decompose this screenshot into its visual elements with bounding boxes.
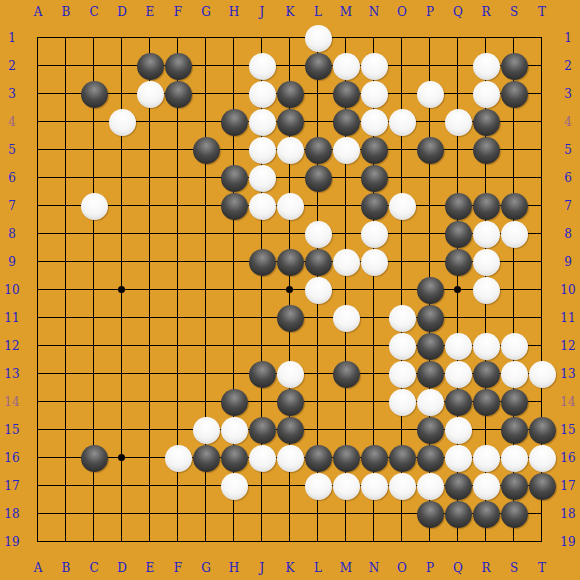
intersection-N10[interactable] (360, 276, 388, 304)
intersection-M13[interactable] (332, 360, 360, 388)
intersection-H6[interactable] (220, 164, 248, 192)
intersection-K15[interactable] (276, 416, 304, 444)
intersection-R16[interactable] (472, 444, 500, 472)
intersection-B17[interactable] (52, 472, 80, 500)
intersection-P16[interactable] (416, 444, 444, 472)
intersection-J1[interactable] (248, 24, 276, 52)
intersection-K12[interactable] (276, 332, 304, 360)
intersection-J10[interactable] (248, 276, 276, 304)
intersection-K16[interactable] (276, 444, 304, 472)
intersection-C3[interactable] (80, 80, 108, 108)
intersection-B8[interactable] (52, 220, 80, 248)
intersection-C5[interactable] (80, 136, 108, 164)
intersection-D1[interactable] (108, 24, 136, 52)
intersection-J5[interactable] (248, 136, 276, 164)
intersection-N5[interactable] (360, 136, 388, 164)
intersection-T7[interactable] (528, 192, 556, 220)
intersection-A15[interactable] (24, 416, 52, 444)
intersection-D17[interactable] (108, 472, 136, 500)
intersection-Q3[interactable] (444, 80, 472, 108)
intersection-R13[interactable] (472, 360, 500, 388)
intersection-G19[interactable] (192, 528, 220, 556)
intersection-Q19[interactable] (444, 528, 472, 556)
intersection-K4[interactable] (276, 108, 304, 136)
intersection-M9[interactable] (332, 248, 360, 276)
intersection-C11[interactable] (80, 304, 108, 332)
intersection-D14[interactable] (108, 388, 136, 416)
intersection-H5[interactable] (220, 136, 248, 164)
intersection-S19[interactable] (500, 528, 528, 556)
intersection-H17[interactable] (220, 472, 248, 500)
intersection-N9[interactable] (360, 248, 388, 276)
intersection-S5[interactable] (500, 136, 528, 164)
intersection-T4[interactable] (528, 108, 556, 136)
intersection-O8[interactable] (388, 220, 416, 248)
intersection-G10[interactable] (192, 276, 220, 304)
intersection-A3[interactable] (24, 80, 52, 108)
intersection-L14[interactable] (304, 388, 332, 416)
intersection-E2[interactable] (136, 52, 164, 80)
intersection-E14[interactable] (136, 388, 164, 416)
intersection-T15[interactable] (528, 416, 556, 444)
intersection-R10[interactable] (472, 276, 500, 304)
intersection-P3[interactable] (416, 80, 444, 108)
intersection-B3[interactable] (52, 80, 80, 108)
intersection-K6[interactable] (276, 164, 304, 192)
intersection-O2[interactable] (388, 52, 416, 80)
intersection-P4[interactable] (416, 108, 444, 136)
intersection-K7[interactable] (276, 192, 304, 220)
intersection-S4[interactable] (500, 108, 528, 136)
intersection-Q18[interactable] (444, 500, 472, 528)
intersection-H10[interactable] (220, 276, 248, 304)
intersection-S16[interactable] (500, 444, 528, 472)
intersection-M17[interactable] (332, 472, 360, 500)
intersection-G16[interactable] (192, 444, 220, 472)
intersection-Q14[interactable] (444, 388, 472, 416)
intersection-M5[interactable] (332, 136, 360, 164)
intersection-O3[interactable] (388, 80, 416, 108)
intersection-D5[interactable] (108, 136, 136, 164)
intersection-N12[interactable] (360, 332, 388, 360)
intersection-D8[interactable] (108, 220, 136, 248)
intersection-G15[interactable] (192, 416, 220, 444)
intersection-J17[interactable] (248, 472, 276, 500)
intersection-H14[interactable] (220, 388, 248, 416)
intersection-L11[interactable] (304, 304, 332, 332)
intersection-P13[interactable] (416, 360, 444, 388)
intersection-H18[interactable] (220, 500, 248, 528)
intersection-A8[interactable] (24, 220, 52, 248)
intersection-E1[interactable] (136, 24, 164, 52)
intersection-T12[interactable] (528, 332, 556, 360)
intersection-F7[interactable] (164, 192, 192, 220)
intersection-Q17[interactable] (444, 472, 472, 500)
intersection-P6[interactable] (416, 164, 444, 192)
intersection-B19[interactable] (52, 528, 80, 556)
intersection-L7[interactable] (304, 192, 332, 220)
intersection-S1[interactable] (500, 24, 528, 52)
intersection-A9[interactable] (24, 248, 52, 276)
intersection-Q5[interactable] (444, 136, 472, 164)
intersection-M19[interactable] (332, 528, 360, 556)
intersection-S6[interactable] (500, 164, 528, 192)
intersection-Q12[interactable] (444, 332, 472, 360)
intersection-O19[interactable] (388, 528, 416, 556)
intersection-G2[interactable] (192, 52, 220, 80)
intersection-L16[interactable] (304, 444, 332, 472)
intersection-E3[interactable] (136, 80, 164, 108)
intersection-P18[interactable] (416, 500, 444, 528)
intersection-H9[interactable] (220, 248, 248, 276)
intersection-Q11[interactable] (444, 304, 472, 332)
intersection-M2[interactable] (332, 52, 360, 80)
intersection-A17[interactable] (24, 472, 52, 500)
intersection-D9[interactable] (108, 248, 136, 276)
intersection-P9[interactable] (416, 248, 444, 276)
intersection-Q2[interactable] (444, 52, 472, 80)
intersection-G4[interactable] (192, 108, 220, 136)
intersection-P15[interactable] (416, 416, 444, 444)
intersection-E15[interactable] (136, 416, 164, 444)
intersection-N16[interactable] (360, 444, 388, 472)
intersection-G7[interactable] (192, 192, 220, 220)
intersection-F5[interactable] (164, 136, 192, 164)
intersection-F15[interactable] (164, 416, 192, 444)
intersection-N17[interactable] (360, 472, 388, 500)
intersection-D6[interactable] (108, 164, 136, 192)
intersection-H16[interactable] (220, 444, 248, 472)
intersection-P7[interactable] (416, 192, 444, 220)
intersection-L15[interactable] (304, 416, 332, 444)
intersection-N8[interactable] (360, 220, 388, 248)
intersection-R5[interactable] (472, 136, 500, 164)
intersection-C1[interactable] (80, 24, 108, 52)
intersection-E18[interactable] (136, 500, 164, 528)
intersection-B18[interactable] (52, 500, 80, 528)
intersection-A13[interactable] (24, 360, 52, 388)
intersection-B11[interactable] (52, 304, 80, 332)
intersection-P12[interactable] (416, 332, 444, 360)
intersection-C14[interactable] (80, 388, 108, 416)
intersection-M3[interactable] (332, 80, 360, 108)
intersection-M6[interactable] (332, 164, 360, 192)
intersection-Q15[interactable] (444, 416, 472, 444)
intersection-M18[interactable] (332, 500, 360, 528)
intersection-S13[interactable] (500, 360, 528, 388)
intersection-S11[interactable] (500, 304, 528, 332)
intersection-B5[interactable] (52, 136, 80, 164)
intersection-A7[interactable] (24, 192, 52, 220)
intersection-Q4[interactable] (444, 108, 472, 136)
intersection-K10[interactable] (276, 276, 304, 304)
intersection-Q6[interactable] (444, 164, 472, 192)
intersection-D12[interactable] (108, 332, 136, 360)
intersection-M8[interactable] (332, 220, 360, 248)
intersection-L10[interactable] (304, 276, 332, 304)
intersection-J2[interactable] (248, 52, 276, 80)
intersection-Q1[interactable] (444, 24, 472, 52)
intersection-N7[interactable] (360, 192, 388, 220)
intersection-E6[interactable] (136, 164, 164, 192)
intersection-E7[interactable] (136, 192, 164, 220)
intersection-K1[interactable] (276, 24, 304, 52)
intersection-J4[interactable] (248, 108, 276, 136)
intersection-K8[interactable] (276, 220, 304, 248)
intersection-P5[interactable] (416, 136, 444, 164)
intersection-K3[interactable] (276, 80, 304, 108)
intersection-O5[interactable] (388, 136, 416, 164)
intersection-R8[interactable] (472, 220, 500, 248)
intersection-O12[interactable] (388, 332, 416, 360)
intersection-E16[interactable] (136, 444, 164, 472)
intersection-Q7[interactable] (444, 192, 472, 220)
intersection-R19[interactable] (472, 528, 500, 556)
intersection-F12[interactable] (164, 332, 192, 360)
intersection-B16[interactable] (52, 444, 80, 472)
intersection-B1[interactable] (52, 24, 80, 52)
intersection-L18[interactable] (304, 500, 332, 528)
intersection-B6[interactable] (52, 164, 80, 192)
intersection-L9[interactable] (304, 248, 332, 276)
intersection-F9[interactable] (164, 248, 192, 276)
intersection-T8[interactable] (528, 220, 556, 248)
intersection-B13[interactable] (52, 360, 80, 388)
intersection-G9[interactable] (192, 248, 220, 276)
intersection-E12[interactable] (136, 332, 164, 360)
intersection-A14[interactable] (24, 388, 52, 416)
intersection-B12[interactable] (52, 332, 80, 360)
intersection-D2[interactable] (108, 52, 136, 80)
intersection-O1[interactable] (388, 24, 416, 52)
intersection-D18[interactable] (108, 500, 136, 528)
intersection-J15[interactable] (248, 416, 276, 444)
intersection-J19[interactable] (248, 528, 276, 556)
intersection-H4[interactable] (220, 108, 248, 136)
intersection-L4[interactable] (304, 108, 332, 136)
intersection-R3[interactable] (472, 80, 500, 108)
intersection-J18[interactable] (248, 500, 276, 528)
intersection-R1[interactable] (472, 24, 500, 52)
intersection-G11[interactable] (192, 304, 220, 332)
intersection-D13[interactable] (108, 360, 136, 388)
intersection-S12[interactable] (500, 332, 528, 360)
intersection-P19[interactable] (416, 528, 444, 556)
intersection-F1[interactable] (164, 24, 192, 52)
intersection-B2[interactable] (52, 52, 80, 80)
intersection-M14[interactable] (332, 388, 360, 416)
intersection-K9[interactable] (276, 248, 304, 276)
intersection-N18[interactable] (360, 500, 388, 528)
intersection-E9[interactable] (136, 248, 164, 276)
intersection-G6[interactable] (192, 164, 220, 192)
intersection-G14[interactable] (192, 388, 220, 416)
intersection-P10[interactable] (416, 276, 444, 304)
intersection-T6[interactable] (528, 164, 556, 192)
intersection-Q10[interactable] (444, 276, 472, 304)
intersection-O4[interactable] (388, 108, 416, 136)
intersection-S7[interactable] (500, 192, 528, 220)
intersection-G13[interactable] (192, 360, 220, 388)
intersection-N14[interactable] (360, 388, 388, 416)
intersection-H11[interactable] (220, 304, 248, 332)
intersection-T1[interactable] (528, 24, 556, 52)
intersection-A16[interactable] (24, 444, 52, 472)
intersection-H13[interactable] (220, 360, 248, 388)
intersection-L19[interactable] (304, 528, 332, 556)
intersection-P11[interactable] (416, 304, 444, 332)
intersection-N1[interactable] (360, 24, 388, 52)
intersection-E8[interactable] (136, 220, 164, 248)
intersection-D11[interactable] (108, 304, 136, 332)
intersection-F6[interactable] (164, 164, 192, 192)
intersection-T2[interactable] (528, 52, 556, 80)
intersection-D19[interactable] (108, 528, 136, 556)
intersection-F8[interactable] (164, 220, 192, 248)
intersection-R18[interactable] (472, 500, 500, 528)
intersection-C9[interactable] (80, 248, 108, 276)
intersection-A4[interactable] (24, 108, 52, 136)
intersection-B7[interactable] (52, 192, 80, 220)
intersection-R17[interactable] (472, 472, 500, 500)
intersection-T11[interactable] (528, 304, 556, 332)
intersection-P8[interactable] (416, 220, 444, 248)
intersection-P17[interactable] (416, 472, 444, 500)
intersection-T13[interactable] (528, 360, 556, 388)
intersection-O7[interactable] (388, 192, 416, 220)
intersection-S8[interactable] (500, 220, 528, 248)
intersection-F2[interactable] (164, 52, 192, 80)
intersection-R11[interactable] (472, 304, 500, 332)
intersection-S9[interactable] (500, 248, 528, 276)
intersection-Q8[interactable] (444, 220, 472, 248)
intersection-K19[interactable] (276, 528, 304, 556)
intersection-K5[interactable] (276, 136, 304, 164)
intersection-T3[interactable] (528, 80, 556, 108)
intersection-C17[interactable] (80, 472, 108, 500)
intersection-Q9[interactable] (444, 248, 472, 276)
intersection-M1[interactable] (332, 24, 360, 52)
intersection-R2[interactable] (472, 52, 500, 80)
intersection-Q16[interactable] (444, 444, 472, 472)
intersection-D7[interactable] (108, 192, 136, 220)
intersection-M11[interactable] (332, 304, 360, 332)
intersection-C18[interactable] (80, 500, 108, 528)
intersection-T16[interactable] (528, 444, 556, 472)
intersection-J12[interactable] (248, 332, 276, 360)
intersection-F3[interactable] (164, 80, 192, 108)
intersection-L13[interactable] (304, 360, 332, 388)
intersection-S17[interactable] (500, 472, 528, 500)
intersection-M10[interactable] (332, 276, 360, 304)
intersection-H3[interactable] (220, 80, 248, 108)
intersection-R4[interactable] (472, 108, 500, 136)
intersection-S15[interactable] (500, 416, 528, 444)
intersection-C19[interactable] (80, 528, 108, 556)
intersection-H12[interactable] (220, 332, 248, 360)
intersection-K17[interactable] (276, 472, 304, 500)
intersection-A2[interactable] (24, 52, 52, 80)
intersection-E13[interactable] (136, 360, 164, 388)
intersection-B15[interactable] (52, 416, 80, 444)
intersection-O16[interactable] (388, 444, 416, 472)
intersection-A1[interactable] (24, 24, 52, 52)
intersection-M15[interactable] (332, 416, 360, 444)
intersection-S3[interactable] (500, 80, 528, 108)
intersection-P14[interactable] (416, 388, 444, 416)
intersection-R14[interactable] (472, 388, 500, 416)
intersection-C7[interactable] (80, 192, 108, 220)
intersection-C12[interactable] (80, 332, 108, 360)
intersection-D15[interactable] (108, 416, 136, 444)
intersection-O9[interactable] (388, 248, 416, 276)
intersection-L1[interactable] (304, 24, 332, 52)
intersection-F17[interactable] (164, 472, 192, 500)
intersection-N2[interactable] (360, 52, 388, 80)
intersection-F4[interactable] (164, 108, 192, 136)
intersection-G1[interactable] (192, 24, 220, 52)
intersection-G18[interactable] (192, 500, 220, 528)
intersection-K2[interactable] (276, 52, 304, 80)
intersection-G12[interactable] (192, 332, 220, 360)
intersection-K14[interactable] (276, 388, 304, 416)
intersection-A19[interactable] (24, 528, 52, 556)
intersection-D16[interactable] (108, 444, 136, 472)
intersection-F14[interactable] (164, 388, 192, 416)
intersection-O18[interactable] (388, 500, 416, 528)
intersection-J9[interactable] (248, 248, 276, 276)
intersection-T9[interactable] (528, 248, 556, 276)
intersection-E5[interactable] (136, 136, 164, 164)
intersection-N3[interactable] (360, 80, 388, 108)
intersection-J13[interactable] (248, 360, 276, 388)
intersection-O13[interactable] (388, 360, 416, 388)
intersection-P2[interactable] (416, 52, 444, 80)
intersection-L3[interactable] (304, 80, 332, 108)
intersection-D4[interactable] (108, 108, 136, 136)
intersection-A10[interactable] (24, 276, 52, 304)
intersection-R12[interactable] (472, 332, 500, 360)
intersection-G8[interactable] (192, 220, 220, 248)
intersection-N15[interactable] (360, 416, 388, 444)
intersection-T5[interactable] (528, 136, 556, 164)
intersection-E4[interactable] (136, 108, 164, 136)
intersection-T17[interactable] (528, 472, 556, 500)
intersection-M16[interactable] (332, 444, 360, 472)
intersection-N11[interactable] (360, 304, 388, 332)
intersection-E19[interactable] (136, 528, 164, 556)
intersection-M4[interactable] (332, 108, 360, 136)
intersection-D3[interactable] (108, 80, 136, 108)
intersection-B14[interactable] (52, 388, 80, 416)
intersection-Q13[interactable] (444, 360, 472, 388)
intersection-C4[interactable] (80, 108, 108, 136)
intersection-C6[interactable] (80, 164, 108, 192)
intersection-O17[interactable] (388, 472, 416, 500)
intersection-F10[interactable] (164, 276, 192, 304)
intersection-H19[interactable] (220, 528, 248, 556)
intersection-N4[interactable] (360, 108, 388, 136)
intersection-F13[interactable] (164, 360, 192, 388)
intersection-A6[interactable] (24, 164, 52, 192)
intersection-F16[interactable] (164, 444, 192, 472)
intersection-O11[interactable] (388, 304, 416, 332)
intersection-J6[interactable] (248, 164, 276, 192)
intersection-K18[interactable] (276, 500, 304, 528)
intersection-O10[interactable] (388, 276, 416, 304)
intersection-O6[interactable] (388, 164, 416, 192)
intersection-L17[interactable] (304, 472, 332, 500)
